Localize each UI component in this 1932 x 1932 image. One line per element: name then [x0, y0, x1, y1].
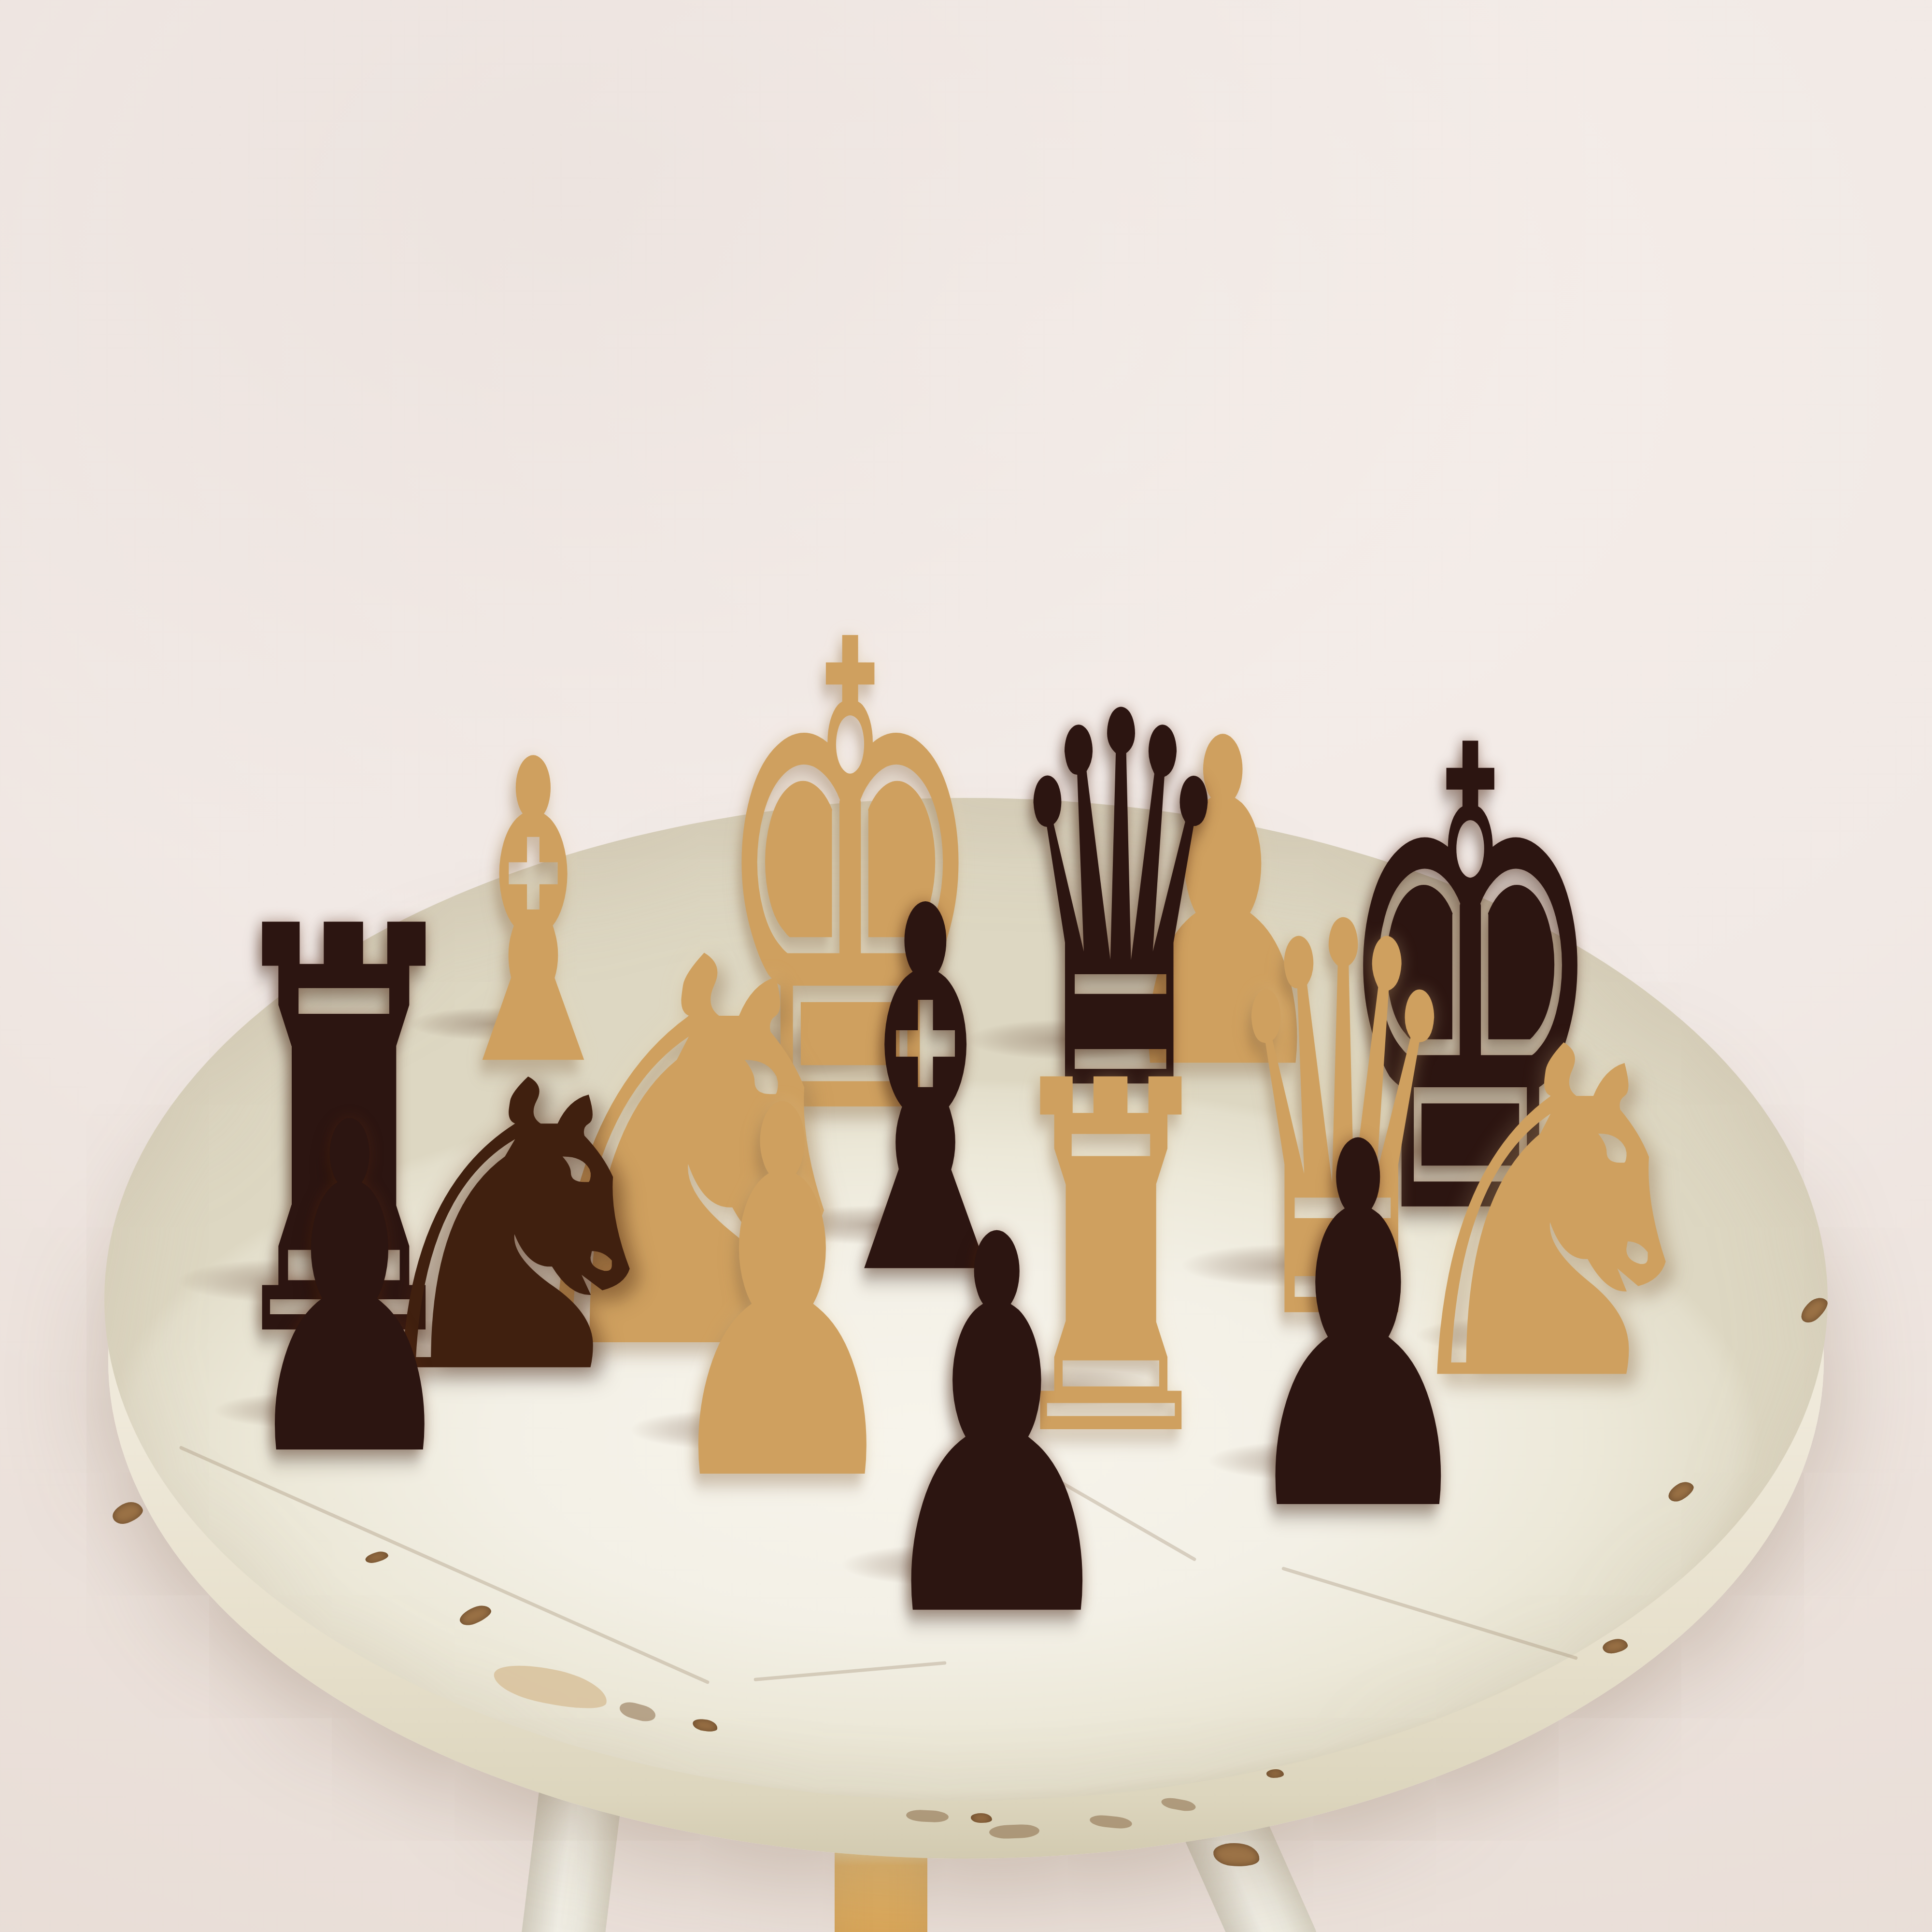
chess-piece-dark-pawn: ♟ [869, 1170, 1125, 1690]
paint-chip [1266, 1769, 1284, 1778]
chess-piece-dark-pawn: ♟ [1235, 1079, 1482, 1581]
chess-piece-dark-pawn: ♟ [238, 1065, 461, 1520]
photo-scene: ♝♚♛♟♚♜♞♝♜♛♞♟♞♟♟♟ [0, 0, 1932, 1932]
